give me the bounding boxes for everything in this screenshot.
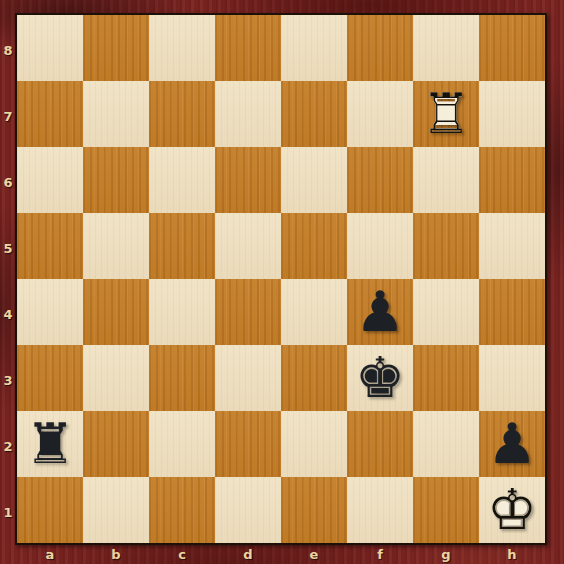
square-a5[interactable] bbox=[17, 213, 83, 279]
square-h3[interactable] bbox=[479, 345, 545, 411]
file-label-e: e bbox=[310, 547, 319, 562]
rank-label-1: 1 bbox=[3, 505, 12, 520]
square-h2[interactable]: ♟ bbox=[479, 411, 545, 477]
piece-black-king[interactable]: ♚ bbox=[347, 345, 413, 411]
black-rook-glyph: ♜ bbox=[17, 411, 83, 477]
square-d7[interactable] bbox=[215, 81, 281, 147]
square-g1[interactable] bbox=[413, 477, 479, 543]
square-c7[interactable] bbox=[149, 81, 215, 147]
square-a7[interactable] bbox=[17, 81, 83, 147]
square-c2[interactable] bbox=[149, 411, 215, 477]
square-g2[interactable] bbox=[413, 411, 479, 477]
square-h4[interactable] bbox=[479, 279, 545, 345]
square-d8[interactable] bbox=[215, 15, 281, 81]
square-e1[interactable] bbox=[281, 477, 347, 543]
square-d6[interactable] bbox=[215, 147, 281, 213]
rank-label-3: 3 bbox=[3, 373, 12, 388]
square-a8[interactable] bbox=[17, 15, 83, 81]
square-e7[interactable] bbox=[281, 81, 347, 147]
piece-black-pawn[interactable]: ♟ bbox=[347, 279, 413, 345]
square-a4[interactable] bbox=[17, 279, 83, 345]
square-g8[interactable] bbox=[413, 15, 479, 81]
square-d3[interactable] bbox=[215, 345, 281, 411]
file-label-b: b bbox=[111, 547, 120, 562]
square-b5[interactable] bbox=[83, 213, 149, 279]
square-d2[interactable] bbox=[215, 411, 281, 477]
square-f6[interactable] bbox=[347, 147, 413, 213]
piece-white-rook[interactable]: ♜♖ bbox=[413, 81, 479, 147]
square-g7[interactable]: ♜♖ bbox=[413, 81, 479, 147]
square-b8[interactable] bbox=[83, 15, 149, 81]
square-g6[interactable] bbox=[413, 147, 479, 213]
square-f2[interactable] bbox=[347, 411, 413, 477]
square-c3[interactable] bbox=[149, 345, 215, 411]
black-pawn-glyph: ♟ bbox=[479, 411, 545, 477]
square-f3[interactable]: ♚ bbox=[347, 345, 413, 411]
rank-label-8: 8 bbox=[3, 43, 12, 58]
rank-label-6: 6 bbox=[3, 175, 12, 190]
piece-white-king[interactable]: ♚♔ bbox=[479, 477, 545, 543]
square-f8[interactable] bbox=[347, 15, 413, 81]
square-h5[interactable] bbox=[479, 213, 545, 279]
file-label-a: a bbox=[46, 547, 55, 562]
black-pawn-glyph: ♟ bbox=[347, 279, 413, 345]
square-b3[interactable] bbox=[83, 345, 149, 411]
square-f5[interactable] bbox=[347, 213, 413, 279]
square-g3[interactable] bbox=[413, 345, 479, 411]
square-g4[interactable] bbox=[413, 279, 479, 345]
square-h7[interactable] bbox=[479, 81, 545, 147]
square-f4[interactable]: ♟ bbox=[347, 279, 413, 345]
rank-label-2: 2 bbox=[3, 439, 12, 454]
square-f7[interactable] bbox=[347, 81, 413, 147]
file-label-f: f bbox=[377, 547, 383, 562]
square-a6[interactable] bbox=[17, 147, 83, 213]
square-c8[interactable] bbox=[149, 15, 215, 81]
square-a2[interactable]: ♜ bbox=[17, 411, 83, 477]
square-d4[interactable] bbox=[215, 279, 281, 345]
square-a1[interactable] bbox=[17, 477, 83, 543]
file-label-g: g bbox=[441, 547, 450, 562]
square-c6[interactable] bbox=[149, 147, 215, 213]
square-a3[interactable] bbox=[17, 345, 83, 411]
square-h8[interactable] bbox=[479, 15, 545, 81]
square-c5[interactable] bbox=[149, 213, 215, 279]
square-b6[interactable] bbox=[83, 147, 149, 213]
square-e2[interactable] bbox=[281, 411, 347, 477]
white-king-outline: ♔ bbox=[479, 477, 545, 543]
square-e8[interactable] bbox=[281, 15, 347, 81]
square-e4[interactable] bbox=[281, 279, 347, 345]
square-c4[interactable] bbox=[149, 279, 215, 345]
square-h6[interactable] bbox=[479, 147, 545, 213]
square-g5[interactable] bbox=[413, 213, 479, 279]
square-d5[interactable] bbox=[215, 213, 281, 279]
piece-black-pawn[interactable]: ♟ bbox=[479, 411, 545, 477]
square-e6[interactable] bbox=[281, 147, 347, 213]
chess-board: ♜♖♟♚♜♟♚♔ bbox=[15, 13, 547, 545]
square-b7[interactable] bbox=[83, 81, 149, 147]
black-king-glyph: ♚ bbox=[347, 345, 413, 411]
file-label-h: h bbox=[507, 547, 516, 562]
square-e5[interactable] bbox=[281, 213, 347, 279]
chess-board-frame: ♜♖♟♚♜♟♚♔ 87654321abcdefgh bbox=[0, 0, 564, 564]
rank-label-7: 7 bbox=[3, 109, 12, 124]
square-b1[interactable] bbox=[83, 477, 149, 543]
square-b4[interactable] bbox=[83, 279, 149, 345]
file-label-d: d bbox=[243, 547, 252, 562]
file-label-c: c bbox=[178, 547, 186, 562]
square-c1[interactable] bbox=[149, 477, 215, 543]
square-f1[interactable] bbox=[347, 477, 413, 543]
square-b2[interactable] bbox=[83, 411, 149, 477]
piece-black-rook[interactable]: ♜ bbox=[17, 411, 83, 477]
square-h1[interactable]: ♚♔ bbox=[479, 477, 545, 543]
rank-label-5: 5 bbox=[3, 241, 12, 256]
rank-label-4: 4 bbox=[3, 307, 12, 322]
square-d1[interactable] bbox=[215, 477, 281, 543]
white-rook-outline: ♖ bbox=[413, 81, 479, 147]
square-e3[interactable] bbox=[281, 345, 347, 411]
